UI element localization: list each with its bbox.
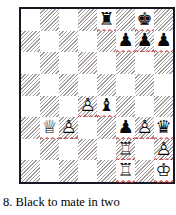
square-g7: ♟	[135, 31, 154, 53]
square-f4	[116, 96, 135, 118]
square-d2	[78, 139, 97, 161]
square-d1	[78, 160, 97, 182]
square-c6	[59, 52, 78, 74]
square-h6	[154, 52, 173, 74]
square-b1	[40, 160, 59, 182]
square-a3	[21, 117, 40, 139]
square-f3: ♟	[116, 117, 135, 139]
black-piece-glyph: ♟	[116, 118, 135, 136]
square-h8	[154, 9, 173, 31]
white-piece-fill: ♟	[154, 140, 173, 158]
red-squiggle-underline	[116, 179, 135, 183]
square-a4	[21, 96, 40, 118]
chess-board: ♜♚♟♟♟♟♙♝♛♕♟♙♟♟♙♛♜♖♟♙♜♖♚♔	[19, 7, 175, 184]
square-g5	[135, 74, 154, 96]
white-piece-fill: ♛	[40, 118, 59, 136]
square-f7: ♟	[116, 31, 135, 53]
black-piece-glyph: ♟	[135, 32, 154, 50]
white-piece-outline: ♕	[40, 118, 59, 136]
black-piece-glyph: ♛	[154, 118, 173, 136]
square-a2	[21, 139, 40, 161]
square-f5	[116, 74, 135, 96]
square-c2	[59, 139, 78, 161]
square-e2	[97, 139, 116, 161]
square-g2	[135, 139, 154, 161]
white-piece-fill: ♚	[154, 161, 173, 179]
square-e8: ♜	[97, 9, 116, 31]
black-piece-glyph: ♜	[97, 10, 116, 28]
square-h2: ♟♙	[154, 139, 173, 161]
square-e6	[97, 52, 116, 74]
square-c4	[59, 96, 78, 118]
square-a7	[21, 31, 40, 53]
square-c3: ♟♙	[59, 117, 78, 139]
square-d3	[78, 117, 97, 139]
square-e7	[97, 31, 116, 53]
white-piece-outline: ♔	[154, 161, 173, 179]
square-h3: ♛	[154, 117, 173, 139]
black-piece-glyph: ♚	[135, 10, 154, 28]
square-e3	[97, 117, 116, 139]
square-b2	[40, 139, 59, 161]
square-g1	[135, 160, 154, 182]
square-b7	[40, 31, 59, 53]
square-c7	[59, 31, 78, 53]
white-piece-fill: ♟	[135, 118, 154, 136]
square-b6	[40, 52, 59, 74]
square-a5	[21, 74, 40, 96]
white-piece-outline: ♙	[154, 140, 173, 158]
square-f1: ♜♖	[116, 160, 135, 182]
square-g3: ♟♙	[135, 117, 154, 139]
black-piece-glyph: ♟	[116, 32, 135, 50]
square-g8: ♚	[135, 9, 154, 31]
square-a6	[21, 52, 40, 74]
square-c8	[59, 9, 78, 31]
white-piece-outline: ♖	[116, 161, 135, 179]
square-g6	[135, 52, 154, 74]
square-d4: ♟♙	[78, 96, 97, 118]
white-piece-outline: ♙	[78, 97, 97, 115]
square-f2: ♜♖	[116, 139, 135, 161]
square-f8	[116, 9, 135, 31]
white-piece-outline: ♙	[135, 118, 154, 136]
red-squiggle-underline	[154, 179, 173, 183]
square-b3: ♛♕	[40, 117, 59, 139]
square-b4	[40, 96, 59, 118]
square-e5	[97, 74, 116, 96]
square-a8	[21, 9, 40, 31]
square-g4	[135, 96, 154, 118]
square-d8	[78, 9, 97, 31]
square-h4	[154, 96, 173, 118]
white-piece-fill: ♜	[116, 161, 135, 179]
square-d5	[78, 74, 97, 96]
square-c5	[59, 74, 78, 96]
white-piece-fill: ♟	[78, 97, 97, 115]
square-b5	[40, 74, 59, 96]
square-h5	[154, 74, 173, 96]
white-piece-outline: ♖	[116, 140, 135, 158]
square-e1	[97, 160, 116, 182]
puzzle-diagram: ♜♚♟♟♟♟♙♝♛♕♟♙♟♟♙♛♜♖♟♙♜♖♚♔ 8. Black to mat…	[0, 0, 176, 215]
white-piece-fill: ♟	[59, 118, 78, 136]
square-e4: ♝	[97, 96, 116, 118]
square-a1	[21, 160, 40, 182]
white-piece-fill: ♜	[116, 140, 135, 158]
square-b8	[40, 9, 59, 31]
square-h1: ♚♔	[154, 160, 173, 182]
black-piece-glyph: ♝	[97, 97, 116, 115]
square-h7: ♟	[154, 31, 173, 53]
puzzle-caption: 8. Black to mate in two	[3, 195, 120, 210]
black-piece-glyph: ♟	[154, 32, 173, 50]
square-c1	[59, 160, 78, 182]
square-f6	[116, 52, 135, 74]
white-piece-outline: ♙	[59, 118, 78, 136]
square-d7	[78, 31, 97, 53]
square-d6	[78, 52, 97, 74]
